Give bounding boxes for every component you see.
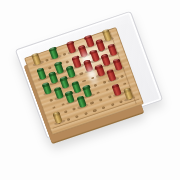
peg-cap: [49, 46, 57, 52]
peg-hole: [90, 102, 94, 105]
peg-cap: [89, 49, 97, 55]
peg-hole: [45, 59, 49, 62]
peg-cap: [107, 43, 115, 49]
peg-hole: [91, 77, 95, 80]
peg-hole: [94, 84, 98, 87]
peg-cap: [65, 90, 73, 96]
peg-hole: [64, 110, 68, 113]
peg-cap: [59, 76, 67, 82]
peg-cap: [36, 67, 44, 73]
peg-cap: [54, 61, 62, 67]
board-cell[interactable]: [124, 93, 135, 103]
peg-cap: [84, 34, 92, 40]
peg-hole: [63, 53, 67, 56]
peg-hole: [65, 60, 69, 63]
peg-hole: [102, 106, 106, 109]
peg-hole: [120, 75, 124, 78]
peg-hole: [50, 99, 54, 102]
peg-hole: [61, 103, 65, 106]
peg-cap: [42, 82, 50, 88]
peg-hole: [119, 100, 123, 103]
peg-hole: [66, 118, 70, 121]
scene: [0, 0, 180, 180]
peg-hole: [110, 103, 114, 106]
peg-hole: [75, 115, 79, 118]
peg-hole: [123, 82, 127, 85]
peg-hole: [48, 66, 52, 69]
peg-hole: [82, 80, 86, 83]
peg-cap: [65, 65, 73, 71]
peg-cap: [66, 40, 74, 46]
peg-hole: [96, 91, 100, 94]
product-photo-stage: [0, 0, 180, 180]
peg-hole: [73, 108, 77, 111]
peg-cap: [72, 55, 80, 61]
peg-hole: [52, 106, 56, 109]
peg-hole: [93, 109, 97, 112]
peg-cap: [52, 111, 60, 117]
peg-hole: [99, 99, 103, 102]
peg-hole: [84, 112, 88, 115]
peg-cap: [95, 39, 103, 45]
peg-hole: [108, 96, 112, 99]
peg-cap: [123, 87, 131, 93]
peg-hole: [102, 81, 106, 84]
peg-cap: [112, 58, 120, 64]
peg-cap: [48, 71, 56, 77]
peg-cap: [95, 64, 103, 70]
peg-cap: [101, 54, 109, 60]
peg-hole: [79, 72, 83, 75]
peg-hole: [105, 88, 109, 91]
peg-cap: [82, 85, 90, 91]
peg-cap: [31, 52, 39, 58]
